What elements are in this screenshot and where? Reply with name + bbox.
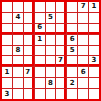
empty-cell-r3c5[interactable]: [46, 24, 56, 34]
empty-cell-r4c6[interactable]: [56, 35, 66, 45]
empty-cell-r3c1[interactable]: [2, 24, 12, 34]
empty-cell-r7c6[interactable]: [56, 67, 66, 77]
empty-cell-r6c7[interactable]: [67, 56, 77, 66]
empty-cell-r2c6[interactable]: [56, 13, 66, 23]
given-cell-r6c6: 7: [56, 56, 66, 66]
empty-cell-r2c8[interactable]: [78, 13, 88, 23]
given-cell-r8c7: 2: [67, 78, 77, 88]
empty-cell-r9c4[interactable]: [35, 89, 45, 99]
empty-cell-r4c8[interactable]: [78, 35, 88, 45]
empty-cell-r9c2[interactable]: [13, 89, 23, 99]
given-cell-r1c8: 7: [78, 2, 88, 12]
empty-cell-r6c5[interactable]: [46, 56, 56, 66]
empty-cell-r1c3[interactable]: [24, 2, 34, 12]
given-cell-r9c1: 3: [2, 89, 12, 99]
empty-cell-r2c1[interactable]: [2, 13, 12, 23]
empty-cell-r7c9[interactable]: [89, 67, 99, 77]
empty-cell-r6c1[interactable]: [2, 56, 12, 66]
empty-cell-r8c8[interactable]: [78, 78, 88, 88]
empty-cell-r4c3[interactable]: [24, 35, 34, 45]
empty-cell-r3c3[interactable]: [24, 24, 34, 34]
empty-cell-r1c5[interactable]: [46, 2, 56, 12]
given-cell-r2c5: 5: [46, 13, 56, 23]
empty-cell-r5c5[interactable]: [46, 46, 56, 56]
empty-cell-r5c3[interactable]: [24, 46, 34, 56]
empty-cell-r5c8[interactable]: [78, 46, 88, 56]
empty-cell-r9c3[interactable]: [24, 89, 34, 99]
empty-cell-r2c9[interactable]: [89, 13, 99, 23]
empty-cell-r6c3[interactable]: [24, 56, 34, 66]
empty-cell-r8c2[interactable]: [13, 78, 23, 88]
given-cell-r7c8: 6: [78, 67, 88, 77]
empty-cell-r3c6[interactable]: [56, 24, 66, 34]
empty-cell-r1c4[interactable]: [35, 2, 45, 12]
empty-cell-r7c5[interactable]: [46, 67, 56, 77]
given-cell-r4c4: 1: [35, 35, 45, 45]
empty-cell-r4c2[interactable]: [13, 35, 23, 45]
given-cell-r2c2: 4: [13, 13, 23, 23]
empty-cell-r5c4[interactable]: [35, 46, 45, 56]
empty-cell-r3c2[interactable]: [13, 24, 23, 34]
empty-cell-r4c5[interactable]: [46, 35, 56, 45]
empty-cell-r8c4[interactable]: [35, 78, 45, 88]
empty-cell-r2c3[interactable]: [24, 13, 34, 23]
empty-cell-r3c8[interactable]: [78, 24, 88, 34]
given-cell-r7c3: 7: [24, 67, 34, 77]
empty-cell-r6c8[interactable]: [78, 56, 88, 66]
given-cell-r4c7: 6: [67, 35, 77, 45]
given-cell-r7c1: 1: [2, 67, 12, 77]
empty-cell-r9c8[interactable]: [78, 89, 88, 99]
empty-cell-r7c4[interactable]: [35, 67, 45, 77]
empty-cell-r6c2[interactable]: [13, 56, 23, 66]
empty-cell-r5c1[interactable]: [2, 46, 12, 56]
empty-cell-r4c9[interactable]: [89, 35, 99, 45]
empty-cell-r2c7[interactable]: [67, 13, 77, 23]
given-cell-r6c9: 3: [89, 56, 99, 66]
empty-cell-r8c1[interactable]: [2, 78, 12, 88]
empty-cell-r1c6[interactable]: [56, 2, 66, 12]
empty-cell-r6c4[interactable]: [35, 56, 45, 66]
empty-cell-r9c6[interactable]: [56, 89, 66, 99]
empty-cell-r8c9[interactable]: [89, 78, 99, 88]
empty-cell-r4c1[interactable]: [2, 35, 12, 45]
empty-cell-r5c6[interactable]: [56, 46, 66, 56]
sudoku-board: 71456168573176823: [0, 0, 101, 101]
empty-cell-r9c7[interactable]: [67, 89, 77, 99]
given-cell-r8c5: 8: [46, 78, 56, 88]
empty-cell-r9c9[interactable]: [89, 89, 99, 99]
empty-cell-r7c2[interactable]: [13, 67, 23, 77]
empty-cell-r9c5[interactable]: [46, 89, 56, 99]
given-cell-r1c9: 1: [89, 2, 99, 12]
given-cell-r5c7: 5: [67, 46, 77, 56]
empty-cell-r1c7[interactable]: [67, 2, 77, 12]
empty-cell-r8c6[interactable]: [56, 78, 66, 88]
empty-cell-r5c9[interactable]: [89, 46, 99, 56]
given-cell-r5c2: 8: [13, 46, 23, 56]
empty-cell-r2c4[interactable]: [35, 13, 45, 23]
empty-cell-r1c1[interactable]: [2, 2, 12, 12]
empty-cell-r3c9[interactable]: [89, 24, 99, 34]
empty-cell-r7c7[interactable]: [67, 67, 77, 77]
empty-cell-r3c7[interactable]: [67, 24, 77, 34]
given-cell-r3c4: 6: [35, 24, 45, 34]
empty-cell-r1c2[interactable]: [13, 2, 23, 12]
empty-cell-r8c3[interactable]: [24, 78, 34, 88]
